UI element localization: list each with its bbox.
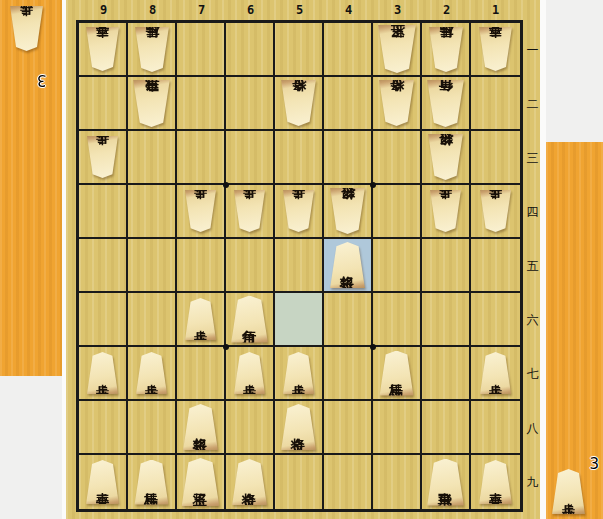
square-4h[interactable]	[324, 401, 373, 455]
square-7h[interactable]: 銀将	[177, 401, 226, 455]
piece-gote-lance[interactable]: 香車	[478, 27, 513, 71]
piece-sente-rook[interactable]: 飛車	[426, 459, 465, 506]
square-1b[interactable]	[471, 77, 520, 131]
square-1g[interactable]: 歩兵	[471, 347, 520, 401]
square-3i[interactable]	[373, 455, 422, 509]
square-2c[interactable]: 銀将	[422, 131, 471, 185]
square-5c[interactable]	[275, 131, 324, 185]
shogi-board: 香車桂馬王将桂馬香車飛車金将金将角行歩兵銀将歩兵歩兵歩兵銀将歩兵歩兵銀将歩兵角行…	[76, 20, 523, 512]
square-5b[interactable]: 金将	[275, 77, 324, 131]
square-9h[interactable]	[79, 401, 128, 455]
square-3a[interactable]: 王将	[373, 23, 422, 77]
sente-pawn-piece: 歩兵	[551, 469, 586, 514]
square-5e[interactable]	[275, 239, 324, 293]
square-8i[interactable]: 桂馬	[128, 455, 177, 509]
sente-hand-pawn[interactable]: 歩兵	[551, 469, 586, 514]
square-9i[interactable]: 香車	[79, 455, 128, 509]
square-3c[interactable]	[373, 131, 422, 185]
piece-gote-pawn[interactable]: 歩兵	[184, 190, 217, 232]
rank-label-6: 六	[525, 293, 540, 347]
square-8c[interactable]	[128, 131, 177, 185]
square-3d[interactable]	[373, 185, 422, 239]
gote-hand-pawn-count: 3	[37, 71, 47, 89]
square-1i[interactable]: 香車	[471, 455, 520, 509]
rank-label-5: 五	[525, 239, 540, 293]
rank-label-1: 一	[525, 23, 540, 77]
file-label-5: 5	[275, 3, 324, 17]
file-label-9: 9	[79, 3, 128, 17]
square-8h[interactable]	[128, 401, 177, 455]
square-9c[interactable]: 歩兵	[79, 131, 128, 185]
file-label-4: 4	[324, 3, 373, 17]
piece-sente-gold[interactable]: 金将	[231, 459, 268, 505]
square-2f[interactable]	[422, 293, 471, 347]
piece-sente-pawn[interactable]: 歩兵	[184, 298, 217, 340]
square-8e[interactable]	[128, 239, 177, 293]
square-4f[interactable]	[324, 293, 373, 347]
piece-gote-silver[interactable]: 銀将	[427, 134, 464, 180]
square-7d[interactable]: 歩兵	[177, 185, 226, 239]
square-4c[interactable]	[324, 131, 373, 185]
piece-sente-silver[interactable]: 銀将	[182, 404, 219, 450]
square-3g[interactable]: 桂馬	[373, 347, 422, 401]
piece-gote-king[interactable]: 王将	[377, 25, 417, 73]
square-1a[interactable]: 香車	[471, 23, 520, 77]
square-9a[interactable]: 香車	[79, 23, 128, 77]
file-label-6: 6	[226, 3, 275, 17]
square-2i[interactable]: 飛車	[422, 455, 471, 509]
piece-gote-knight[interactable]: 桂馬	[428, 27, 464, 72]
rank-labels: 一二三四五六七八九	[525, 23, 540, 509]
square-3b[interactable]: 金将	[373, 77, 422, 131]
square-8b[interactable]: 飛車	[128, 77, 177, 131]
square-8g[interactable]: 歩兵	[128, 347, 177, 401]
square-2d[interactable]: 歩兵	[422, 185, 471, 239]
square-4a[interactable]	[324, 23, 373, 77]
square-2e[interactable]	[422, 239, 471, 293]
square-2a[interactable]: 桂馬	[422, 23, 471, 77]
piece-sente-pawn[interactable]: 歩兵	[479, 352, 512, 394]
square-8f[interactable]	[128, 293, 177, 347]
piece-gote-pawn[interactable]: 歩兵	[429, 190, 462, 232]
piece-sente-bishop[interactable]: 角行	[230, 296, 269, 343]
square-7f[interactable]: 歩兵	[177, 293, 226, 347]
piece-sente-pawn[interactable]: 歩兵	[282, 352, 315, 394]
piece-gote-pawn[interactable]: 歩兵	[282, 190, 315, 232]
square-2b[interactable]: 角行	[422, 77, 471, 131]
piece-gote-lance[interactable]: 香車	[85, 27, 120, 71]
hoshi-dot-2	[370, 182, 376, 188]
piece-gote-knight[interactable]: 桂馬	[134, 27, 170, 72]
square-1f[interactable]	[471, 293, 520, 347]
square-5d[interactable]: 歩兵	[275, 185, 324, 239]
piece-gote-silver[interactable]: 銀将	[329, 188, 366, 234]
square-6i[interactable]: 金将	[226, 455, 275, 509]
square-6a[interactable]	[226, 23, 275, 77]
piece-sente-silver[interactable]: 銀将	[329, 242, 366, 288]
square-6h[interactable]	[226, 401, 275, 455]
board-panel: 987654321 一二三四五六七八九 香車桂馬王将桂馬香車飛車金将金将角行歩兵…	[62, 0, 546, 519]
file-labels: 987654321	[79, 3, 520, 17]
piece-gote-gold[interactable]: 金将	[280, 80, 317, 126]
piece-sente-knight[interactable]: 桂馬	[379, 351, 415, 396]
file-label-7: 7	[177, 3, 226, 17]
square-4g[interactable]	[324, 347, 373, 401]
piece-sente-king[interactable]: 玉将	[181, 458, 221, 506]
square-6d[interactable]: 歩兵	[226, 185, 275, 239]
square-1e[interactable]	[471, 239, 520, 293]
square-9b[interactable]	[79, 77, 128, 131]
piece-sente-gold[interactable]: 金将	[280, 404, 317, 450]
square-6g[interactable]: 歩兵	[226, 347, 275, 401]
square-6c[interactable]	[226, 131, 275, 185]
gote-pawn-piece: 歩兵	[9, 6, 44, 51]
square-1h[interactable]	[471, 401, 520, 455]
square-7c[interactable]	[177, 131, 226, 185]
hoshi-dot-1	[223, 182, 229, 188]
file-label-1: 1	[471, 3, 520, 17]
piece-sente-pawn[interactable]: 歩兵	[233, 352, 266, 394]
square-3h[interactable]	[373, 401, 422, 455]
square-3f[interactable]	[373, 293, 422, 347]
square-5h[interactable]: 金将	[275, 401, 324, 455]
square-4b[interactable]	[324, 77, 373, 131]
piece-sente-pawn[interactable]: 歩兵	[135, 352, 168, 394]
square-8d[interactable]	[128, 185, 177, 239]
square-1c[interactable]	[471, 131, 520, 185]
file-label-8: 8	[128, 3, 177, 17]
piece-sente-knight[interactable]: 桂馬	[134, 460, 170, 505]
square-4e[interactable]: 銀将	[324, 239, 373, 293]
square-4d[interactable]: 銀将	[324, 185, 373, 239]
piece-sente-pawn[interactable]: 歩兵	[86, 352, 119, 394]
square-5i[interactable]	[275, 455, 324, 509]
square-9e[interactable]	[79, 239, 128, 293]
square-2g[interactable]	[422, 347, 471, 401]
square-9d[interactable]	[79, 185, 128, 239]
piece-sente-lance[interactable]: 香車	[478, 460, 513, 504]
square-7g[interactable]	[177, 347, 226, 401]
gote-captured-tray: 歩兵 3	[0, 0, 62, 376]
shogi-app: 歩兵 3 987654321 一二三四五六七八九 香車桂馬王将桂馬香車飛車金将金…	[0, 0, 603, 519]
square-9g[interactable]: 歩兵	[79, 347, 128, 401]
hoshi-dot-3	[223, 344, 229, 350]
piece-gote-bishop[interactable]: 角行	[426, 80, 465, 127]
square-3e[interactable]	[373, 239, 422, 293]
hoshi-dot-4	[370, 344, 376, 350]
square-2h[interactable]	[422, 401, 471, 455]
square-7i[interactable]: 玉将	[177, 455, 226, 509]
piece-gote-gold[interactable]: 金将	[378, 80, 415, 126]
piece-gote-pawn[interactable]: 歩兵	[233, 190, 266, 232]
square-5a[interactable]	[275, 23, 324, 77]
piece-gote-pawn[interactable]: 歩兵	[479, 190, 512, 232]
rank-label-4: 四	[525, 185, 540, 239]
piece-gote-pawn[interactable]: 歩兵	[86, 136, 119, 178]
rank-label-7: 七	[525, 347, 540, 401]
square-7b[interactable]	[177, 77, 226, 131]
file-label-2: 2	[422, 3, 471, 17]
gote-hand-pawn[interactable]: 歩兵	[9, 6, 44, 51]
square-1d[interactable]: 歩兵	[471, 185, 520, 239]
square-8a[interactable]: 桂馬	[128, 23, 177, 77]
square-5g[interactable]: 歩兵	[275, 347, 324, 401]
square-6f[interactable]: 角行	[226, 293, 275, 347]
piece-sente-lance[interactable]: 香車	[85, 460, 120, 504]
square-6b[interactable]	[226, 77, 275, 131]
square-7e[interactable]	[177, 239, 226, 293]
sente-hand-pawn-count: 3	[589, 455, 599, 473]
rank-label-2: 二	[525, 77, 540, 131]
square-7a[interactable]	[177, 23, 226, 77]
square-6e[interactable]	[226, 239, 275, 293]
rank-label-3: 三	[525, 131, 540, 185]
sente-captured-tray: 歩兵 3	[546, 142, 603, 519]
rank-label-9: 九	[525, 455, 540, 509]
file-label-3: 3	[373, 3, 422, 17]
piece-gote-rook[interactable]: 飛車	[132, 80, 171, 127]
square-9f[interactable]	[79, 293, 128, 347]
square-4i[interactable]	[324, 455, 373, 509]
rank-label-8: 八	[525, 401, 540, 455]
square-5f[interactable]	[275, 293, 324, 347]
